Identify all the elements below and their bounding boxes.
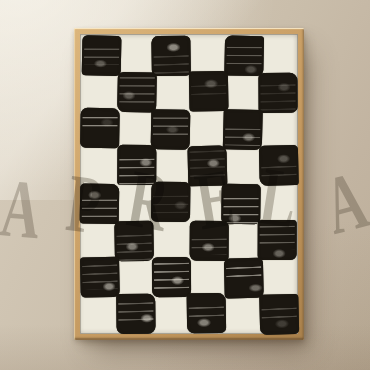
board-cell — [118, 110, 154, 147]
painted-black-square — [224, 35, 264, 76]
board-cell — [82, 147, 118, 184]
board-cell — [189, 110, 225, 147]
painted-black-square — [79, 256, 119, 297]
board-cell — [82, 110, 118, 147]
paint-speck-texture — [170, 275, 183, 284]
board-cell — [225, 147, 261, 184]
board-cell — [153, 221, 189, 258]
board-cell — [260, 221, 296, 258]
board-cell — [82, 258, 118, 295]
paint-speck-texture — [275, 318, 288, 327]
board-cell — [153, 295, 189, 332]
painted-black-square — [114, 220, 153, 261]
painted-black-square — [79, 183, 118, 224]
board-cell — [118, 184, 154, 221]
board-cell — [153, 184, 189, 221]
painted-black-square — [223, 109, 263, 150]
board-cell — [225, 258, 261, 295]
board-cell — [153, 258, 189, 295]
board-cell — [225, 184, 261, 221]
board-cell — [189, 258, 225, 295]
paint-speck-texture — [166, 125, 179, 134]
paint-speck-texture — [167, 42, 180, 51]
paint-speck-texture — [201, 243, 214, 252]
painted-black-square — [186, 292, 225, 333]
board-cell — [118, 295, 154, 332]
paint-speck-texture — [102, 282, 115, 291]
board-cell — [153, 36, 189, 73]
board-cell — [260, 295, 296, 332]
paint-streak-texture — [188, 304, 223, 317]
paint-speck-texture — [277, 154, 290, 163]
paint-speck-texture — [139, 157, 152, 166]
watermark-letter: A — [0, 166, 44, 252]
board-cell — [118, 73, 154, 110]
board-cell — [82, 184, 118, 221]
painted-black-square — [151, 181, 190, 221]
board-cell — [189, 184, 225, 221]
painted-black-square — [224, 257, 264, 298]
painted-black-square — [116, 293, 155, 333]
picture-frame — [74, 28, 304, 340]
board-cell — [189, 147, 225, 184]
board-cell — [189, 36, 225, 73]
paint-streak-texture — [261, 162, 296, 176]
board-cell — [260, 184, 296, 221]
painted-black-square — [221, 183, 260, 224]
paint-speck-texture — [197, 317, 210, 326]
painted-black-square — [258, 72, 297, 112]
paint-speck-texture — [140, 314, 153, 323]
paint-speck-texture — [206, 158, 219, 167]
board-cell — [189, 73, 225, 110]
watermark-letter: A — [317, 158, 370, 248]
board-cell — [82, 73, 118, 110]
board-cell — [153, 110, 189, 147]
board-cell — [118, 36, 154, 73]
paint-streak-texture — [259, 223, 294, 250]
checkerboard-poster — [80, 34, 298, 334]
paint-speck-texture — [242, 132, 255, 141]
board-cell — [260, 110, 296, 147]
paint-streak-texture — [261, 305, 296, 319]
checkerboard-grid — [82, 36, 296, 332]
paint-speck-texture — [245, 64, 258, 73]
board-cell — [225, 73, 261, 110]
board-cell — [153, 147, 189, 184]
painted-black-square — [259, 293, 299, 334]
paint-speck-texture — [100, 117, 113, 126]
board-cell — [225, 221, 261, 258]
paint-speck-texture — [87, 190, 100, 199]
wall-scene: { "game": "checkers (decorative checkerb… — [0, 0, 370, 370]
paint-speck-texture — [204, 79, 217, 88]
board-cell — [260, 73, 296, 110]
paint-speck-texture — [278, 82, 291, 91]
painted-black-square — [80, 107, 119, 148]
board-cell — [118, 147, 154, 184]
board-cell — [82, 36, 118, 73]
paint-speck-texture — [174, 200, 187, 209]
board-cell — [225, 36, 261, 73]
board-cell — [118, 258, 154, 295]
board-cell — [82, 221, 118, 258]
painted-black-square — [117, 144, 156, 184]
board-cell — [260, 36, 296, 73]
painted-black-square — [150, 109, 189, 150]
board-cell — [82, 295, 118, 332]
painted-black-square — [117, 71, 157, 112]
board-cell — [118, 221, 154, 258]
paint-speck-texture — [123, 90, 136, 99]
paint-speck-texture — [93, 59, 106, 68]
board-cell — [189, 221, 225, 258]
paint-streak-texture — [226, 264, 261, 278]
painted-black-square — [187, 145, 227, 186]
painted-black-square — [189, 220, 228, 260]
painted-black-square — [152, 257, 191, 297]
board-cell — [225, 295, 261, 332]
painted-black-square — [257, 219, 296, 259]
board-cell — [260, 147, 296, 184]
paint-streak-texture — [81, 196, 116, 221]
painted-black-square — [81, 35, 120, 76]
board-cell — [260, 258, 296, 295]
paint-speck-texture — [126, 242, 139, 251]
painted-black-square — [188, 70, 227, 111]
painted-black-square — [259, 144, 299, 185]
board-cell — [225, 110, 261, 147]
paint-speck-texture — [272, 248, 285, 257]
board-cell — [153, 73, 189, 110]
board-cell — [189, 295, 225, 332]
painted-black-square — [151, 35, 190, 76]
